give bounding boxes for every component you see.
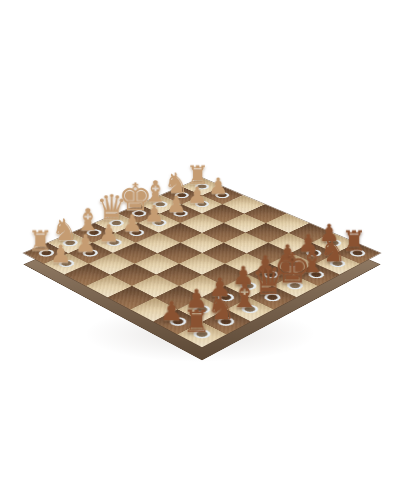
square-g3	[202, 204, 244, 223]
square-h3	[223, 195, 265, 213]
piece-base-ring	[78, 226, 108, 240]
square-c1: ♝	[72, 223, 115, 243]
square-h2: ♟	[202, 186, 243, 204]
white-pawn: ♟	[182, 184, 212, 206]
square-d2: ♟	[115, 223, 158, 243]
square-f5	[224, 233, 268, 253]
square-e3	[159, 223, 202, 243]
square-c2: ♟	[92, 233, 136, 253]
square-g2: ♟	[181, 195, 223, 213]
piece-base-ring	[124, 207, 154, 220]
square-f1: ♝	[140, 195, 182, 213]
white-pawn: ♟	[139, 202, 169, 225]
white-rook: ♜	[183, 163, 212, 189]
piece-base-ring	[167, 189, 196, 201]
square-a1: ♜	[24, 243, 69, 264]
piece-base-ring	[146, 198, 175, 211]
piece-base-ring	[233, 301, 267, 318]
square-e4	[180, 233, 224, 253]
square-h4	[244, 204, 286, 223]
piece-base-ring	[342, 246, 373, 261]
square-d3	[136, 233, 180, 253]
piece-base-ring	[122, 226, 152, 240]
square-e1: ♚	[118, 204, 160, 223]
square-f2: ♟	[160, 204, 202, 223]
piece-base-ring	[185, 325, 220, 343]
square-f6	[247, 243, 292, 264]
square-g1: ♞	[161, 186, 202, 204]
piece-base-ring	[208, 189, 237, 201]
white-king: ♚	[118, 178, 148, 216]
white-bishop: ♝	[140, 177, 170, 206]
chess-board: ♜♟♟♜♞♟♟♞♝♟♟♝♚♟♟♚♛♟♟♛♝♟♟♝♞♟♟♞♜♟♟♜	[24, 178, 380, 347]
square-f3	[181, 213, 224, 232]
piece-base-ring	[256, 289, 289, 305]
white-pawn: ♟	[93, 221, 124, 245]
square-d1: ♛	[95, 213, 138, 232]
square-h1: ♜	[182, 178, 223, 195]
white-pawn: ♟	[116, 212, 147, 235]
piece-base-ring	[144, 216, 174, 229]
square-f4	[202, 223, 245, 243]
piece-base-ring	[185, 301, 219, 318]
square-g4	[223, 213, 266, 232]
piece-base-ring	[102, 216, 132, 229]
square-g5	[245, 223, 288, 243]
piece-base-ring	[166, 207, 196, 220]
square-h5	[266, 213, 309, 232]
white-queen: ♛	[96, 191, 126, 226]
square-g6	[268, 233, 312, 253]
white-bishop: ♝	[73, 205, 104, 235]
black-pawn: ♟	[293, 231, 325, 255]
white-pawn: ♟	[161, 193, 191, 216]
piece-base-ring	[209, 289, 242, 305]
square-h6	[289, 223, 332, 243]
white-knight: ♞	[162, 170, 191, 198]
board-3d-wrapper: ♜♟♟♜♞♟♟♞♝♟♟♝♚♟♟♚♛♟♟♛♝♟♟♝♞♟♟♞♜♟♟♜	[76, 127, 328, 379]
piece-base-ring	[188, 180, 216, 192]
piece-base-ring	[187, 198, 216, 211]
square-e2: ♟	[138, 213, 181, 232]
piece-base-ring	[99, 236, 130, 250]
white-pawn: ♟	[203, 175, 232, 197]
product-photo-scene: ♜♟♟♜♞♟♟♞♝♟♟♝♚♟♟♚♛♟♟♛♝♟♟♝♞♟♟♞♜♟♟♜	[0, 0, 400, 480]
